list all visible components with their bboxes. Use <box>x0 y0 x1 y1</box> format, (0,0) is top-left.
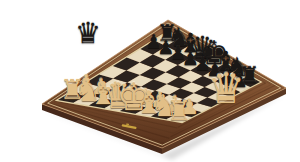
chess-set-photo: ♜♞♝♛♚♝♞♜♟♟♟♟♟♟♟♟♟♟♟♟♟♟♟♟♜♞♝♛♚♝♞♜♛♛ <box>0 0 300 162</box>
chess-board <box>0 0 300 162</box>
